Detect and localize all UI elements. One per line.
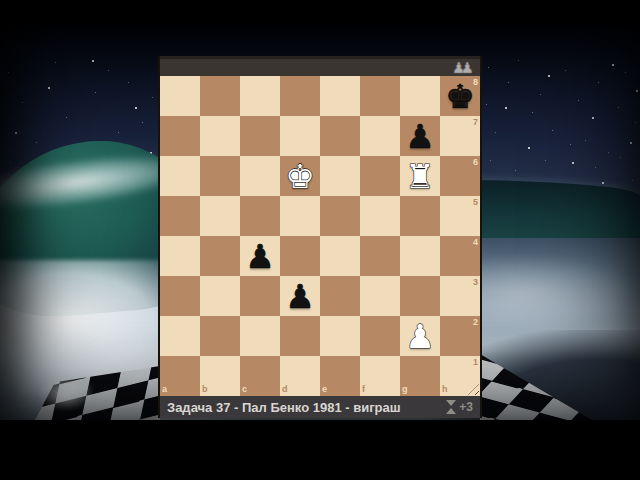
file-label-g: g	[402, 385, 408, 394]
square-h5[interactable]: 5	[440, 196, 480, 236]
black-pawn-g7[interactable]: ♟	[400, 116, 440, 156]
file-label-c: c	[242, 385, 247, 394]
square-a8[interactable]	[160, 76, 200, 116]
square-c6[interactable]	[240, 156, 280, 196]
square-f4[interactable]	[360, 236, 400, 276]
square-c4[interactable]: ♟	[240, 236, 280, 276]
square-g6[interactable]: ♜	[400, 156, 440, 196]
file-label-h: h	[442, 385, 448, 394]
square-g5[interactable]	[400, 196, 440, 236]
letterbox-top	[0, 0, 640, 12]
rank-label-8: 8	[473, 78, 478, 87]
square-c1[interactable]: c	[240, 356, 280, 396]
rank-label-2: 2	[473, 318, 478, 327]
square-e3[interactable]	[320, 276, 360, 316]
square-c5[interactable]	[240, 196, 280, 236]
square-e4[interactable]	[320, 236, 360, 276]
square-h2[interactable]: 2	[440, 316, 480, 356]
captured-pieces: ♟♟	[457, 59, 474, 77]
square-b1[interactable]: b	[200, 356, 240, 396]
white-pawn-g2[interactable]: ♟	[400, 316, 440, 356]
square-f7[interactable]	[360, 116, 400, 156]
rank-label-6: 6	[473, 158, 478, 167]
square-g2[interactable]: ♟	[400, 316, 440, 356]
rank-label-5: 5	[473, 198, 478, 207]
square-e7[interactable]	[320, 116, 360, 156]
square-h8[interactable]: ♚8	[440, 76, 480, 116]
square-c3[interactable]	[240, 276, 280, 316]
letterbox-bottom	[0, 420, 640, 480]
square-d3[interactable]: ♟	[280, 276, 320, 316]
square-d5[interactable]	[280, 196, 320, 236]
square-a3[interactable]	[160, 276, 200, 316]
material-advantage: +3	[446, 400, 473, 414]
square-b4[interactable]	[200, 236, 240, 276]
square-h7[interactable]: 7	[440, 116, 480, 156]
file-label-a: a	[162, 385, 167, 394]
square-d2[interactable]	[280, 316, 320, 356]
square-g1[interactable]: g	[400, 356, 440, 396]
board-top-bar: ♟♟	[160, 56, 480, 76]
black-pawn-icon: ♟	[461, 59, 474, 77]
square-f5[interactable]	[360, 196, 400, 236]
square-h6[interactable]: 6	[440, 156, 480, 196]
hourglass-icon	[446, 400, 457, 414]
file-label-e: e	[322, 385, 327, 394]
square-d4[interactable]	[280, 236, 320, 276]
square-f3[interactable]	[360, 276, 400, 316]
square-e5[interactable]	[320, 196, 360, 236]
board-bottom-bar: Задача 37 - Пал Бенко 1981 - виграш +3	[160, 396, 480, 418]
square-f2[interactable]	[360, 316, 400, 356]
rank-label-3: 3	[473, 278, 478, 287]
square-g4[interactable]	[400, 236, 440, 276]
square-a4[interactable]	[160, 236, 200, 276]
square-b2[interactable]	[200, 316, 240, 356]
square-e8[interactable]	[320, 76, 360, 116]
square-g3[interactable]	[400, 276, 440, 316]
rank-label-1: 1	[473, 358, 478, 367]
square-e1[interactable]: e	[320, 356, 360, 396]
square-b3[interactable]	[200, 276, 240, 316]
square-e6[interactable]	[320, 156, 360, 196]
advantage-value: +3	[459, 400, 473, 414]
square-h1[interactable]: 1h	[440, 356, 480, 396]
file-label-f: f	[362, 385, 365, 394]
white-rook-g6[interactable]: ♜	[400, 156, 440, 196]
square-b7[interactable]	[200, 116, 240, 156]
black-pawn-d3[interactable]: ♟	[280, 276, 320, 316]
square-f1[interactable]: f	[360, 356, 400, 396]
square-c8[interactable]	[240, 76, 280, 116]
square-b8[interactable]	[200, 76, 240, 116]
black-pawn-c4[interactable]: ♟	[240, 236, 280, 276]
chess-board[interactable]: ♚8♟7♚♜65♟4♟3♟2abcdefg1h	[160, 76, 480, 396]
square-g7[interactable]: ♟	[400, 116, 440, 156]
board-resize-handle[interactable]	[468, 384, 479, 395]
square-f6[interactable]	[360, 156, 400, 196]
square-h3[interactable]: 3	[440, 276, 480, 316]
white-king-d6[interactable]: ♚	[280, 156, 320, 196]
square-a2[interactable]	[160, 316, 200, 356]
rank-label-7: 7	[473, 118, 478, 127]
square-d1[interactable]: d	[280, 356, 320, 396]
square-a6[interactable]	[160, 156, 200, 196]
file-label-b: b	[202, 385, 208, 394]
puzzle-caption: Задача 37 - Пал Бенко 1981 - виграш	[167, 400, 446, 415]
square-a7[interactable]	[160, 116, 200, 156]
square-b5[interactable]	[200, 196, 240, 236]
square-c7[interactable]	[240, 116, 280, 156]
square-h4[interactable]: 4	[440, 236, 480, 276]
square-f8[interactable]	[360, 76, 400, 116]
square-a1[interactable]: a	[160, 356, 200, 396]
square-g8[interactable]	[400, 76, 440, 116]
rank-label-4: 4	[473, 238, 478, 247]
file-label-d: d	[282, 385, 288, 394]
square-d8[interactable]	[280, 76, 320, 116]
square-b6[interactable]	[200, 156, 240, 196]
square-a5[interactable]	[160, 196, 200, 236]
square-d6[interactable]: ♚	[280, 156, 320, 196]
chess-puzzle-widget: ♟♟ ♚8♟7♚♜65♟4♟3♟2abcdefg1h Задача 37 - П…	[158, 56, 482, 418]
square-e2[interactable]	[320, 316, 360, 356]
square-d7[interactable]	[280, 116, 320, 156]
screenshot-stage: ♟♟ ♚8♟7♚♜65♟4♟3♟2abcdefg1h Задача 37 - П…	[0, 0, 640, 480]
square-c2[interactable]	[240, 316, 280, 356]
